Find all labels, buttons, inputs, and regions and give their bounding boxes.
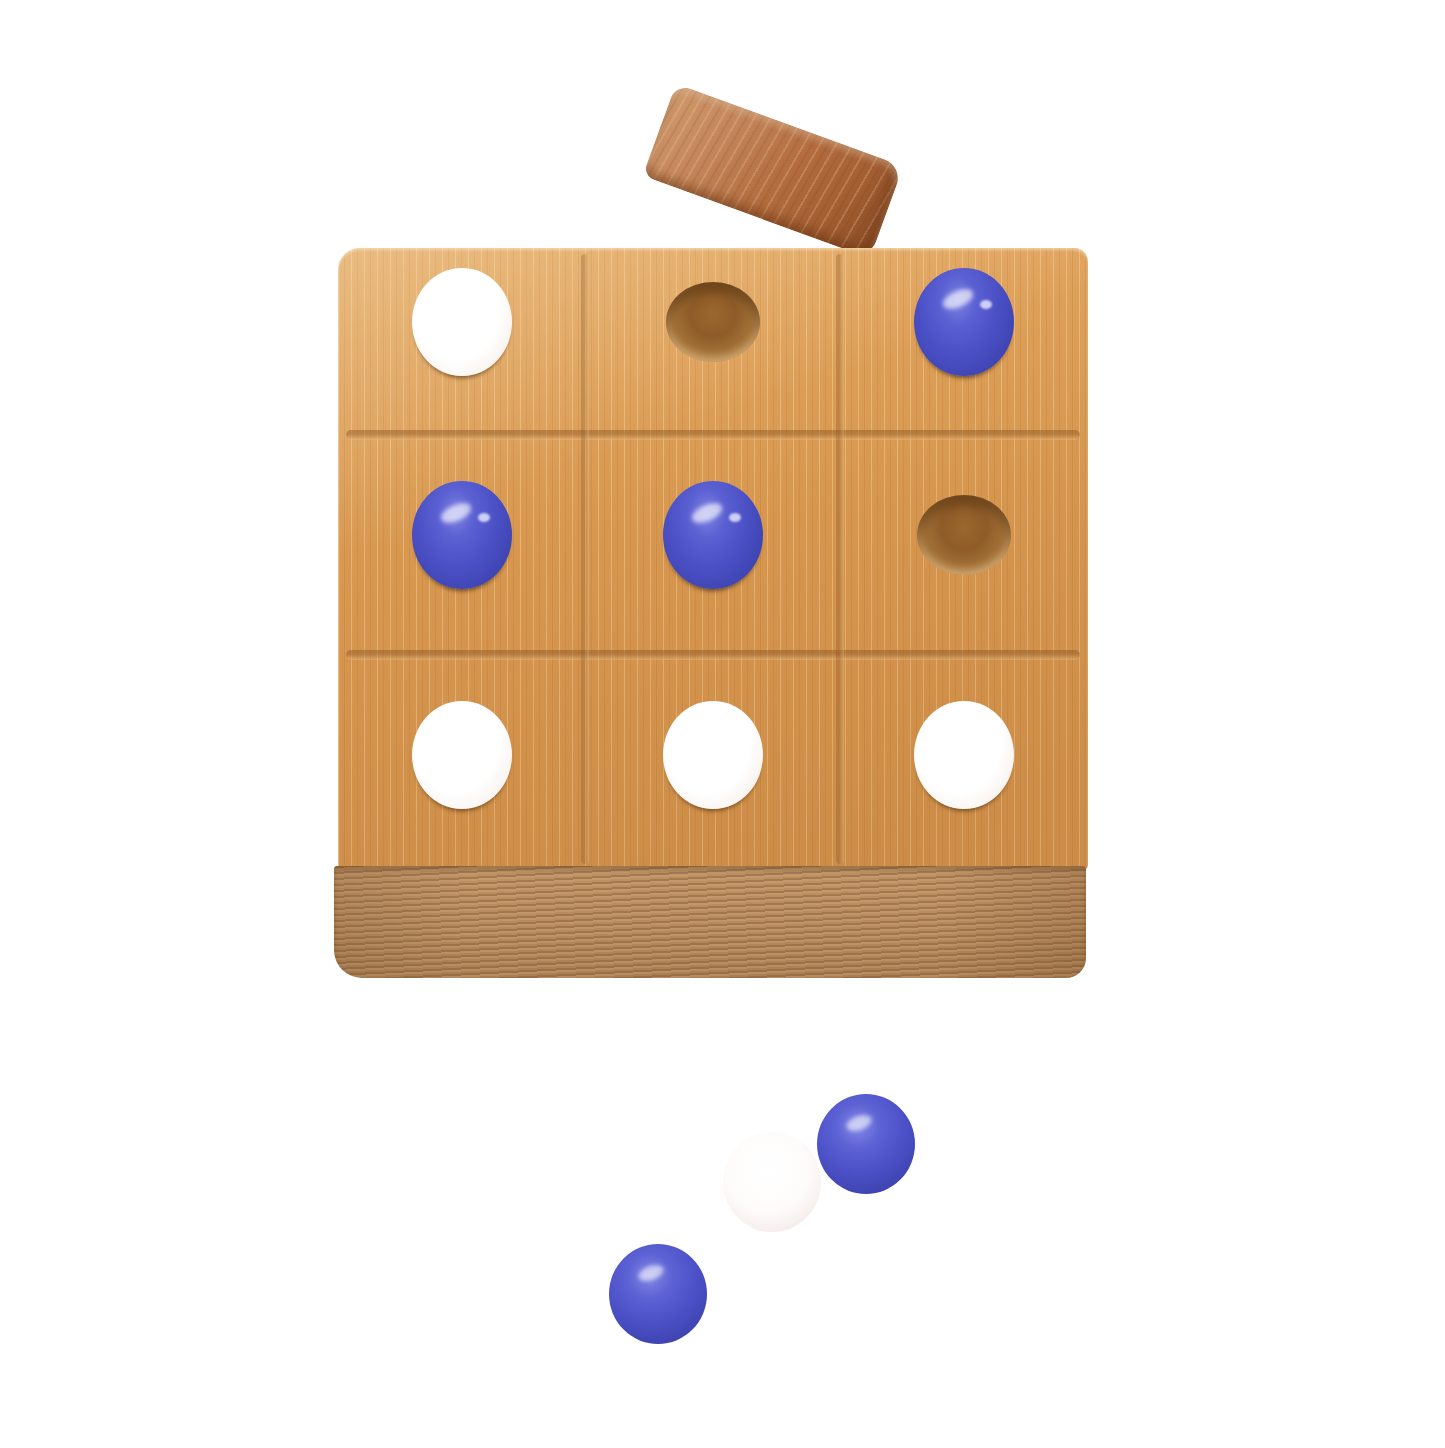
- loose-blue-marble[interactable]: [609, 1244, 707, 1344]
- loose-blue-marble[interactable]: [817, 1094, 915, 1194]
- white-marble[interactable]: [412, 701, 512, 809]
- cell-r2c1[interactable]: [585, 655, 840, 870]
- white-marble[interactable]: [663, 701, 763, 809]
- blue-marble[interactable]: [663, 481, 763, 589]
- board-top-face: [338, 248, 1088, 870]
- cell-r1c0[interactable]: [338, 435, 585, 655]
- blue-marble[interactable]: [914, 268, 1014, 376]
- board-handle[interactable]: [643, 84, 904, 259]
- white-marble[interactable]: [412, 268, 512, 376]
- cell-r1c2[interactable]: [840, 435, 1088, 655]
- scene: [0, 0, 1445, 1448]
- cell-r1c1[interactable]: [585, 435, 840, 655]
- empty-hole: [917, 495, 1011, 575]
- cell-r0c0[interactable]: [338, 248, 585, 435]
- cell-r0c1[interactable]: [585, 248, 840, 435]
- board-grid: [338, 248, 1088, 870]
- board-front-face: [334, 866, 1086, 978]
- empty-hole: [666, 282, 760, 362]
- cell-r2c0[interactable]: [338, 655, 585, 870]
- loose-white-marble[interactable]: [723, 1132, 821, 1232]
- cell-r2c2[interactable]: [840, 655, 1088, 870]
- blue-marble[interactable]: [412, 481, 512, 589]
- white-marble[interactable]: [914, 701, 1014, 809]
- cell-r0c2[interactable]: [840, 248, 1088, 435]
